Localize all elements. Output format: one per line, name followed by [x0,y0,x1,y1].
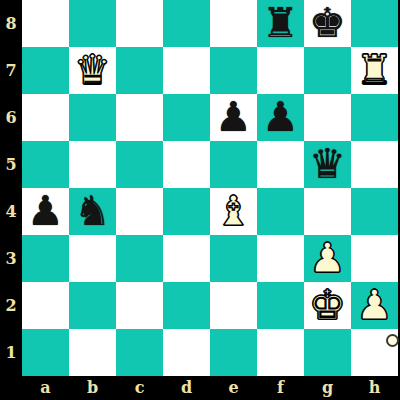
black-pawn-f6[interactable]: ♟ [257,94,304,141]
square-e4[interactable]: ♝ [210,188,257,235]
white-pawn-h2[interactable]: ♟ [351,282,398,329]
square-d7[interactable] [163,47,210,94]
file-label-a: a [22,376,69,400]
chess-board: ♜♚♛♜♟♟♛♟♞♝♟♚♟ 87654321 abcdefgh [0,0,400,400]
black-pawn-e6[interactable]: ♟ [210,94,257,141]
rank-label-4: 4 [0,188,22,235]
square-a6[interactable] [22,94,69,141]
black-queen-g5[interactable]: ♛ [304,141,351,188]
square-b5[interactable] [69,141,116,188]
white-to-move-indicator [386,334,399,347]
file-label-c: c [116,376,163,400]
white-pawn-g3[interactable]: ♟ [304,235,351,282]
square-g3[interactable]: ♟ [304,235,351,282]
square-g6[interactable] [304,94,351,141]
file-labels: abcdefgh [22,376,398,400]
square-h7[interactable]: ♜ [351,47,398,94]
square-b3[interactable] [69,235,116,282]
square-h8[interactable] [351,0,398,47]
rank-label-7: 7 [0,47,22,94]
square-a7[interactable] [22,47,69,94]
white-queen-b7[interactable]: ♛ [69,47,116,94]
rank-label-6: 6 [0,94,22,141]
square-b8[interactable] [69,0,116,47]
square-c4[interactable] [116,188,163,235]
rank-label-8: 8 [0,0,22,47]
square-c2[interactable] [116,282,163,329]
square-d4[interactable] [163,188,210,235]
file-label-b: b [69,376,116,400]
square-d2[interactable] [163,282,210,329]
square-f3[interactable] [257,235,304,282]
rank-labels: 87654321 [0,0,22,376]
square-g5[interactable]: ♛ [304,141,351,188]
black-king-g8[interactable]: ♚ [304,0,351,47]
square-e3[interactable] [210,235,257,282]
square-a1[interactable] [22,329,69,376]
file-label-g: g [304,376,351,400]
square-g4[interactable] [304,188,351,235]
square-c3[interactable] [116,235,163,282]
square-g7[interactable] [304,47,351,94]
rank-label-3: 3 [0,235,22,282]
square-a2[interactable] [22,282,69,329]
square-d6[interactable] [163,94,210,141]
square-f5[interactable] [257,141,304,188]
square-d8[interactable] [163,0,210,47]
square-g1[interactable] [304,329,351,376]
square-e1[interactable] [210,329,257,376]
square-c5[interactable] [116,141,163,188]
square-c7[interactable] [116,47,163,94]
square-f1[interactable] [257,329,304,376]
rank-label-1: 1 [0,329,22,376]
square-e6[interactable]: ♟ [210,94,257,141]
file-label-d: d [163,376,210,400]
square-e8[interactable] [210,0,257,47]
square-a3[interactable] [22,235,69,282]
board-grid: ♜♚♛♜♟♟♛♟♞♝♟♚♟ [22,0,398,376]
black-rook-f8[interactable]: ♜ [257,0,304,47]
square-a4[interactable]: ♟ [22,188,69,235]
square-h6[interactable] [351,94,398,141]
square-b7[interactable]: ♛ [69,47,116,94]
square-d3[interactable] [163,235,210,282]
rank-label-5: 5 [0,141,22,188]
white-king-g2[interactable]: ♚ [304,282,351,329]
square-f6[interactable]: ♟ [257,94,304,141]
square-h3[interactable] [351,235,398,282]
square-f4[interactable] [257,188,304,235]
white-rook-h7[interactable]: ♜ [351,47,398,94]
square-b6[interactable] [69,94,116,141]
square-g8[interactable]: ♚ [304,0,351,47]
file-label-h: h [351,376,398,400]
black-pawn-a4[interactable]: ♟ [22,188,69,235]
square-f2[interactable] [257,282,304,329]
square-a5[interactable] [22,141,69,188]
square-c8[interactable] [116,0,163,47]
square-h4[interactable] [351,188,398,235]
square-d5[interactable] [163,141,210,188]
square-b1[interactable] [69,329,116,376]
square-h5[interactable] [351,141,398,188]
square-h2[interactable]: ♟ [351,282,398,329]
square-b2[interactable] [69,282,116,329]
square-c6[interactable] [116,94,163,141]
file-label-f: f [257,376,304,400]
square-c1[interactable] [116,329,163,376]
square-f7[interactable] [257,47,304,94]
square-e2[interactable] [210,282,257,329]
square-d1[interactable] [163,329,210,376]
square-g2[interactable]: ♚ [304,282,351,329]
file-label-e: e [210,376,257,400]
square-a8[interactable] [22,0,69,47]
black-knight-b4[interactable]: ♞ [69,188,116,235]
square-b4[interactable]: ♞ [69,188,116,235]
white-bishop-e4[interactable]: ♝ [210,188,257,235]
square-e7[interactable] [210,47,257,94]
rank-label-2: 2 [0,282,22,329]
square-e5[interactable] [210,141,257,188]
square-f8[interactable]: ♜ [257,0,304,47]
